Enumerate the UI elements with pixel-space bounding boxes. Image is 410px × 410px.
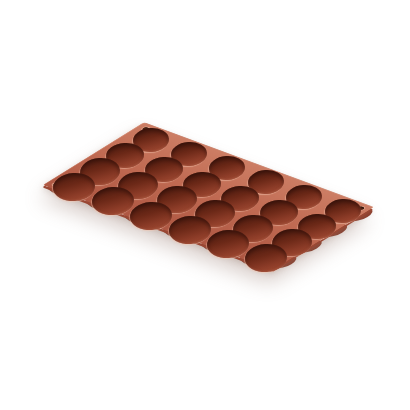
mold-cavity: [168, 214, 212, 245]
product-photo-scene: [0, 0, 410, 410]
mold-cavity: [244, 243, 288, 274]
mold-cavity: [91, 186, 135, 217]
mold-cavity: [206, 228, 250, 259]
mold-cavity: [52, 172, 96, 203]
cavity-layer: [0, 0, 410, 410]
